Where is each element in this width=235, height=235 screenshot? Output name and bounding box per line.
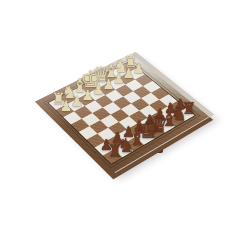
product-photo-canvas: ♜♞♝♚♛♝♞♜♟♟♟♟♟♟♟♟♟♟♟♟♟♟♟♟♜♞♝♚♛♝♞♜ [0, 0, 235, 235]
board-grid [47, 61, 196, 165]
chessboard [35, 54, 209, 176]
